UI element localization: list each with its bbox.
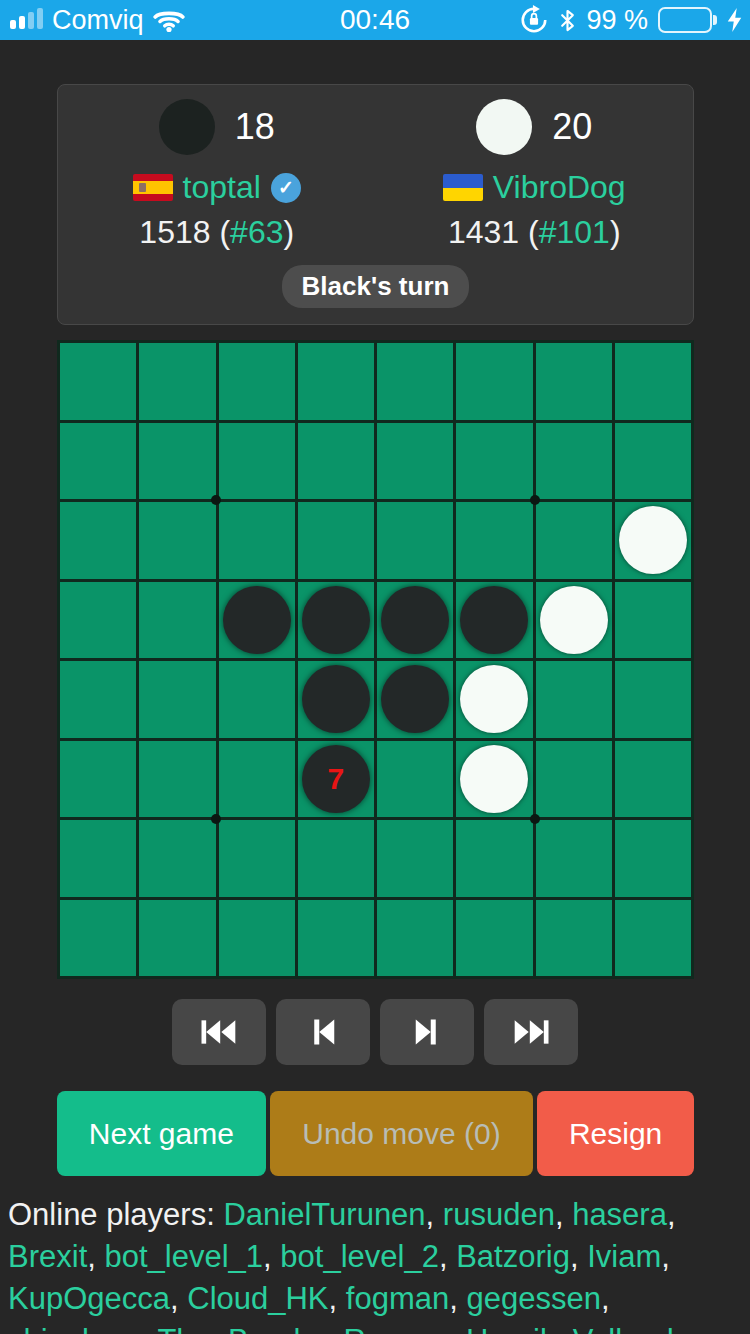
star-point	[211, 814, 221, 824]
star-point	[530, 495, 540, 505]
square-a3[interactable]	[60, 502, 136, 579]
square-g7[interactable]	[536, 820, 612, 897]
square-g6[interactable]	[536, 741, 612, 818]
square-d1[interactable]	[298, 343, 374, 420]
rotation-lock-icon	[519, 5, 549, 35]
next-move-button[interactable]	[380, 999, 474, 1065]
white-rating: 1431 (	[448, 214, 539, 251]
square-b1[interactable]	[139, 343, 215, 420]
disc-white	[460, 745, 528, 813]
square-d7[interactable]	[298, 820, 374, 897]
square-a7[interactable]	[60, 820, 136, 897]
square-g1[interactable]	[536, 343, 612, 420]
square-h8[interactable]	[615, 900, 691, 977]
disc-white	[619, 506, 687, 574]
square-b7[interactable]	[139, 820, 215, 897]
square-f6[interactable]	[456, 741, 532, 818]
square-f4[interactable]	[456, 582, 532, 659]
black-disc-count: 18	[235, 106, 275, 148]
online-player-link[interactable]: The_Burglar	[157, 1323, 326, 1334]
square-c2[interactable]	[219, 423, 295, 500]
online-player-link[interactable]: Henrik_Vallund	[466, 1323, 674, 1334]
disc-black	[460, 586, 528, 654]
square-b5[interactable]	[139, 661, 215, 738]
skip-to-first-icon	[198, 1017, 240, 1047]
square-b6[interactable]	[139, 741, 215, 818]
square-d5[interactable]	[298, 661, 374, 738]
disc-white	[460, 665, 528, 733]
square-h2[interactable]	[615, 423, 691, 500]
square-a1[interactable]	[60, 343, 136, 420]
disc-black	[381, 665, 449, 733]
white-disc-count: 20	[552, 106, 592, 148]
white-rank: #101	[539, 214, 610, 251]
disc-black	[381, 586, 449, 654]
square-f1[interactable]	[456, 343, 532, 420]
previous-move-button[interactable]	[276, 999, 370, 1065]
square-h3[interactable]	[615, 502, 691, 579]
square-e5[interactable]	[377, 661, 453, 738]
square-a6[interactable]	[60, 741, 136, 818]
online-players-label: Online players:	[8, 1197, 215, 1232]
square-h5[interactable]	[615, 661, 691, 738]
square-d3[interactable]	[298, 502, 374, 579]
players-panel: 18 20 toptal ✓ VibroDog 1518 (#63)	[57, 84, 694, 325]
square-h6[interactable]	[615, 741, 691, 818]
square-a8[interactable]	[60, 900, 136, 977]
last-move-number: 7	[328, 762, 345, 796]
online-player-link[interactable]: Cloud_HK	[187, 1281, 328, 1316]
square-a5[interactable]	[60, 661, 136, 738]
square-e7[interactable]	[377, 820, 453, 897]
square-c8[interactable]	[219, 900, 295, 977]
black-rating-close: )	[283, 214, 294, 251]
square-e6[interactable]	[377, 741, 453, 818]
online-player-link[interactable]: hasera	[572, 1197, 667, 1232]
last-move-button[interactable]	[484, 999, 578, 1065]
square-f8[interactable]	[456, 900, 532, 977]
resign-button[interactable]: Resign	[537, 1091, 694, 1176]
square-h7[interactable]	[615, 820, 691, 897]
square-g8[interactable]	[536, 900, 612, 977]
square-f2[interactable]	[456, 423, 532, 500]
square-c3[interactable]	[219, 502, 295, 579]
square-c1[interactable]	[219, 343, 295, 420]
online-player-link[interactable]: KupOgecca	[8, 1281, 170, 1316]
square-g4[interactable]	[536, 582, 612, 659]
square-e3[interactable]	[377, 502, 453, 579]
ukraine-flag-icon	[443, 174, 483, 201]
square-g2[interactable]	[536, 423, 612, 500]
white-disc-icon	[476, 99, 532, 155]
online-player-link[interactable]: DanielTurunen	[223, 1197, 425, 1232]
online-player-link[interactable]: Batzorig	[456, 1239, 570, 1274]
black-rank: #63	[230, 214, 283, 251]
status-bar: Comviq 00:46 99 %	[0, 0, 750, 40]
battery-percent-label: 99 %	[586, 5, 648, 36]
verified-badge-icon: ✓	[271, 173, 301, 203]
step-forward-icon	[412, 1017, 442, 1047]
online-player-link[interactable]: bot_level_2	[280, 1239, 439, 1274]
square-b3[interactable]	[139, 502, 215, 579]
online-players-list: Online players: DanielTurunen, rusuden, …	[0, 1194, 750, 1334]
square-f7[interactable]	[456, 820, 532, 897]
square-e1[interactable]	[377, 343, 453, 420]
square-a4[interactable]	[60, 582, 136, 659]
square-g3[interactable]	[536, 502, 612, 579]
bluetooth-icon	[559, 7, 576, 34]
online-player-link[interactable]: gegessen	[466, 1281, 600, 1316]
disc-black	[302, 586, 370, 654]
square-c6[interactable]	[219, 741, 295, 818]
square-e8[interactable]	[377, 900, 453, 977]
square-h1[interactable]	[615, 343, 691, 420]
online-player-link[interactable]: fogman	[346, 1281, 449, 1316]
star-point	[211, 495, 221, 505]
undo-move-button[interactable]: Undo move (0)	[270, 1091, 534, 1176]
square-f5[interactable]	[456, 661, 532, 738]
next-game-button[interactable]: Next game	[57, 1091, 266, 1176]
replay-controls	[0, 999, 750, 1065]
square-d2[interactable]	[298, 423, 374, 500]
black-rating: 1518 (	[139, 214, 230, 251]
square-a2[interactable]	[60, 423, 136, 500]
cell-signal-icon	[10, 8, 43, 32]
disc-black	[302, 665, 370, 733]
square-b2[interactable]	[139, 423, 215, 500]
battery-icon	[658, 7, 717, 33]
disc-white	[540, 586, 608, 654]
step-back-icon	[308, 1017, 338, 1047]
phone-screen: Comviq 00:46 99 %	[0, 0, 750, 1334]
online-player-link[interactable]: Brexit	[8, 1239, 87, 1274]
disc-black	[223, 586, 291, 654]
square-c7[interactable]	[219, 820, 295, 897]
square-d6[interactable]: 7	[298, 741, 374, 818]
othello-board: 7	[57, 340, 694, 979]
square-b4[interactable]	[139, 582, 215, 659]
online-player-link[interactable]: Iviam	[587, 1239, 661, 1274]
square-c4[interactable]	[219, 582, 295, 659]
disc-black: 7	[302, 745, 370, 813]
wifi-icon	[153, 8, 185, 32]
online-player-link[interactable]: shiaolung	[8, 1323, 141, 1334]
square-g5[interactable]	[536, 661, 612, 738]
square-f3[interactable]	[456, 502, 532, 579]
black-disc-icon	[159, 99, 215, 155]
clock-time: 00:46	[340, 4, 410, 36]
white-player-name[interactable]: VibroDog	[493, 169, 626, 206]
spain-flag-icon	[133, 174, 173, 201]
square-d8[interactable]	[298, 900, 374, 977]
skip-to-last-icon	[510, 1017, 552, 1047]
square-d4[interactable]	[298, 582, 374, 659]
first-move-button[interactable]	[172, 999, 266, 1065]
square-e2[interactable]	[377, 423, 453, 500]
turn-indicator-badge: Black's turn	[282, 265, 470, 308]
white-rating-close: )	[610, 214, 621, 251]
square-e4[interactable]	[377, 582, 453, 659]
square-h4[interactable]	[615, 582, 691, 659]
square-b8[interactable]	[139, 900, 215, 977]
online-player-link[interactable]: bot_level_1	[105, 1239, 264, 1274]
online-player-link[interactable]: rusuden	[443, 1197, 555, 1232]
action-buttons: Next game Undo move (0) Resign	[57, 1091, 694, 1176]
carrier-label: Comviq	[52, 5, 144, 36]
charging-bolt-icon	[727, 7, 742, 33]
black-player-name[interactable]: toptal	[183, 169, 261, 206]
star-point	[530, 814, 540, 824]
square-c5[interactable]	[219, 661, 295, 738]
online-player-link[interactable]: Rapsac	[344, 1323, 449, 1334]
